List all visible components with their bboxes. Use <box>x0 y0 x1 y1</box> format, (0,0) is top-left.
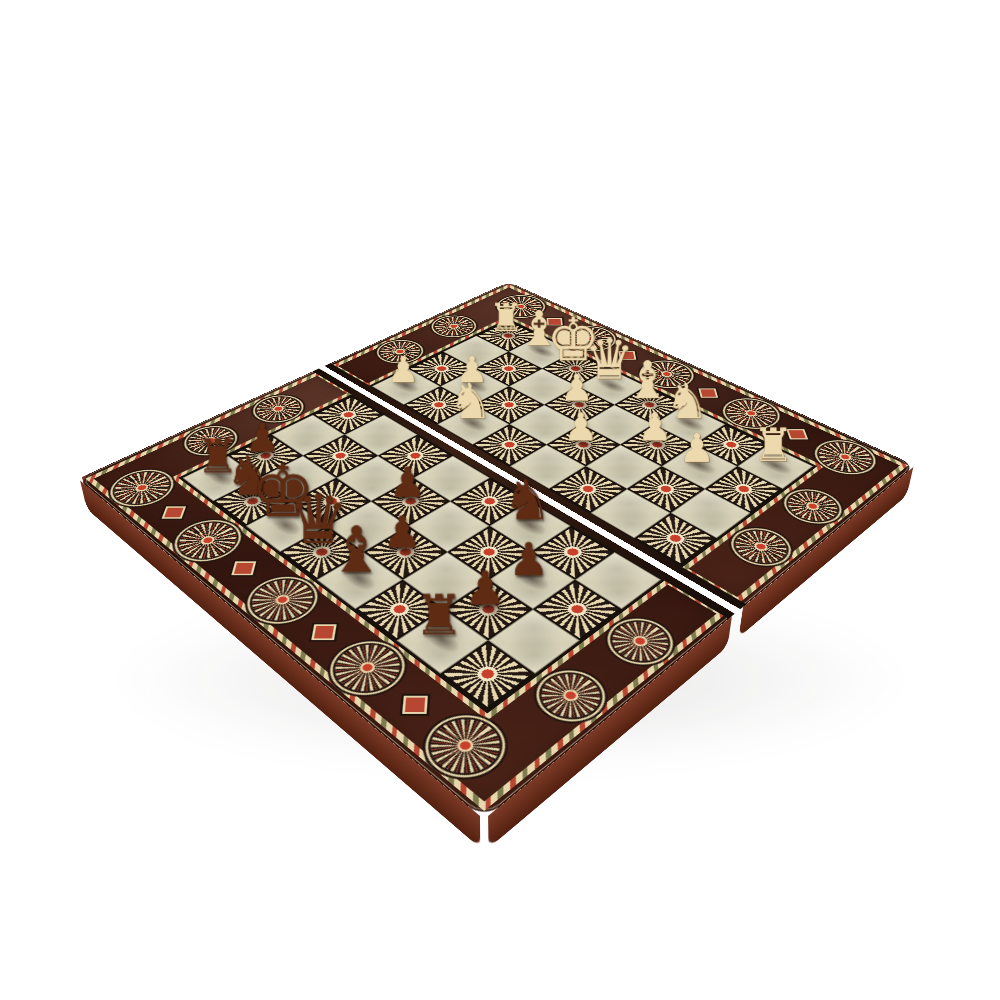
pawn-glyph: ♟ <box>366 462 449 503</box>
rook-glyph: ♜ <box>391 588 487 643</box>
perspective-wrapper: ♜♝♚♛♝♞♜♟♟♟♟♟♟♞♜♞♚♛♝♜♟♟♟♟♟♞ <box>212 168 788 776</box>
bishop-glyph: ♝ <box>311 519 401 582</box>
knight-glyph: ♞ <box>484 472 569 527</box>
product-photo-stage: ♜♝♚♛♝♞♜♟♟♟♟♟♟♞♜♞♚♛♝♜♟♟♟♟♟♞ <box>0 0 1000 1000</box>
